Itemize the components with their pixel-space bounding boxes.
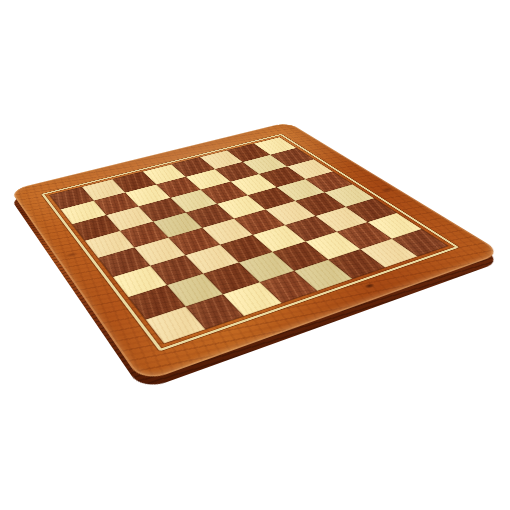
photo-background: [0, 0, 510, 510]
playing-field: [50, 137, 448, 343]
